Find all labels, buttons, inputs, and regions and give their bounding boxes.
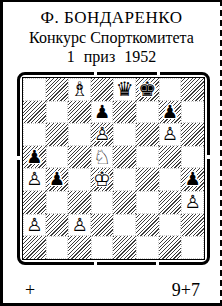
material-count: 9+7 bbox=[172, 280, 200, 301]
square-d5[interactable]: ♞♘ bbox=[91, 146, 114, 169]
study-card: Ф. БОНДАРЕНКО Конкурс Спорткомитета 1 пр… bbox=[0, 0, 222, 306]
white-pawn: ♟♙ bbox=[23, 168, 46, 191]
square-g6[interactable]: ♟♙ bbox=[159, 123, 182, 146]
square-d2[interactable] bbox=[91, 214, 114, 237]
square-c8[interactable]: ♝♗ bbox=[68, 78, 91, 101]
square-b7[interactable] bbox=[46, 101, 69, 124]
square-h8[interactable] bbox=[181, 78, 204, 101]
square-d7[interactable]: ♟ bbox=[91, 101, 114, 124]
frame-notch bbox=[17, 156, 20, 160]
square-h1[interactable] bbox=[181, 236, 204, 259]
square-h2[interactable] bbox=[181, 214, 204, 237]
square-c7[interactable] bbox=[68, 101, 91, 124]
black-pawn: ♟ bbox=[46, 168, 69, 191]
square-f6[interactable] bbox=[136, 123, 159, 146]
event-line: Конкурс Спорткомитета bbox=[3, 29, 220, 47]
square-b1[interactable] bbox=[46, 236, 69, 259]
square-f5[interactable] bbox=[136, 146, 159, 169]
square-d8[interactable] bbox=[91, 78, 114, 101]
square-e1[interactable] bbox=[113, 236, 136, 259]
square-a7[interactable] bbox=[23, 101, 46, 124]
square-c6[interactable] bbox=[68, 123, 91, 146]
square-e4[interactable] bbox=[113, 168, 136, 191]
square-e6[interactable] bbox=[113, 123, 136, 146]
square-b5[interactable] bbox=[46, 146, 69, 169]
square-a3[interactable] bbox=[23, 191, 46, 214]
square-f4[interactable] bbox=[136, 168, 159, 191]
square-g3[interactable] bbox=[159, 191, 182, 214]
board-frame: ♝♗♛♚♟♟♟♙♟♙♟♞♘♟♙♟♚♔♟♟♙♟♙♟♙ bbox=[17, 72, 210, 265]
square-a8[interactable] bbox=[23, 78, 46, 101]
square-f8[interactable]: ♚ bbox=[136, 78, 159, 101]
frame-notch bbox=[157, 72, 160, 75]
square-a5[interactable]: ♟ bbox=[23, 146, 46, 169]
square-e8[interactable]: ♛ bbox=[113, 78, 136, 101]
square-d6[interactable]: ♟♙ bbox=[91, 123, 114, 146]
square-c1[interactable] bbox=[68, 236, 91, 259]
square-d3[interactable] bbox=[91, 191, 114, 214]
diagram-header: Ф. БОНДАРЕНКО Конкурс Спорткомитета 1 пр… bbox=[3, 8, 220, 66]
square-g1[interactable] bbox=[159, 236, 182, 259]
black-pawn: ♟ bbox=[181, 168, 204, 191]
author-line: Ф. БОНДАРЕНКО bbox=[3, 8, 220, 27]
square-a6[interactable] bbox=[23, 123, 46, 146]
black-pawn: ♟ bbox=[23, 146, 46, 169]
black-pawn: ♟ bbox=[91, 101, 114, 124]
square-g4[interactable] bbox=[159, 168, 182, 191]
white-bishop: ♝♗ bbox=[68, 78, 91, 101]
frame-notch bbox=[156, 262, 159, 265]
square-b6[interactable] bbox=[46, 123, 69, 146]
black-queen: ♛ bbox=[113, 78, 136, 101]
square-c2[interactable]: ♟♙ bbox=[68, 214, 91, 237]
board-grid: ♝♗♛♚♟♟♟♙♟♙♟♞♘♟♙♟♚♔♟♟♙♟♙♟♙ bbox=[22, 77, 205, 260]
square-b8[interactable] bbox=[46, 78, 69, 101]
square-f7[interactable] bbox=[136, 101, 159, 124]
square-h3[interactable]: ♟♙ bbox=[181, 191, 204, 214]
square-g8[interactable] bbox=[159, 78, 182, 101]
square-d4[interactable]: ♚♔ bbox=[91, 168, 114, 191]
square-b2[interactable] bbox=[46, 214, 69, 237]
stipulation-plus: + bbox=[25, 280, 35, 301]
diagram-caption: + 9+7 bbox=[3, 280, 220, 301]
white-pawn: ♟♙ bbox=[91, 123, 114, 146]
square-f2[interactable] bbox=[136, 214, 159, 237]
frame-notch bbox=[94, 262, 97, 265]
square-c5[interactable] bbox=[68, 146, 91, 169]
square-g2[interactable] bbox=[159, 214, 182, 237]
square-b4[interactable]: ♟ bbox=[46, 168, 69, 191]
white-pawn: ♟♙ bbox=[23, 214, 46, 237]
square-h4[interactable]: ♟ bbox=[181, 168, 204, 191]
square-h7[interactable] bbox=[181, 101, 204, 124]
black-pawn: ♟ bbox=[159, 101, 182, 124]
square-f3[interactable] bbox=[136, 191, 159, 214]
square-c3[interactable] bbox=[68, 191, 91, 214]
square-g5[interactable] bbox=[159, 146, 182, 169]
white-pawn: ♟♙ bbox=[181, 191, 204, 214]
square-g7[interactable]: ♟ bbox=[159, 101, 182, 124]
square-e2[interactable] bbox=[113, 214, 136, 237]
square-h5[interactable] bbox=[181, 146, 204, 169]
square-h6[interactable] bbox=[181, 123, 204, 146]
square-e7[interactable] bbox=[113, 101, 136, 124]
square-f1[interactable] bbox=[136, 236, 159, 259]
frame-notch bbox=[207, 155, 210, 159]
white-pawn: ♟♙ bbox=[159, 123, 182, 146]
award-line: 1 приз 1952 bbox=[3, 48, 220, 66]
square-a4[interactable]: ♟♙ bbox=[23, 168, 46, 191]
frame-notch bbox=[94, 72, 97, 75]
white-king: ♚♔ bbox=[91, 168, 114, 191]
white-knight: ♞♘ bbox=[91, 146, 114, 169]
square-e3[interactable] bbox=[113, 191, 136, 214]
square-e5[interactable] bbox=[113, 146, 136, 169]
square-c4[interactable] bbox=[68, 168, 91, 191]
square-d1[interactable] bbox=[91, 236, 114, 259]
black-king: ♚ bbox=[136, 78, 159, 101]
white-pawn: ♟♙ bbox=[68, 214, 91, 237]
square-b3[interactable] bbox=[46, 191, 69, 214]
square-a2[interactable]: ♟♙ bbox=[23, 214, 46, 237]
square-a1[interactable] bbox=[23, 236, 46, 259]
